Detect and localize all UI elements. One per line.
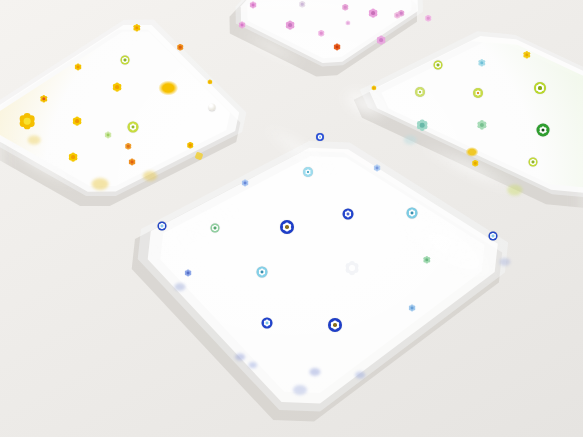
flower-dot [241, 24, 244, 27]
millefiori-dot [257, 267, 268, 278]
millefiori-dot [434, 61, 443, 70]
millefiori-flower-core [333, 323, 337, 327]
sparkle-dot [349, 265, 355, 271]
flower-dot [376, 167, 379, 170]
millefiori-flower-core [437, 64, 439, 66]
millefiori-flower-core [347, 213, 350, 216]
blob-dot [158, 81, 178, 96]
flower-dot [131, 161, 134, 164]
flower-dot [244, 182, 247, 185]
flower-dot [179, 46, 182, 49]
millefiori-dot [316, 133, 324, 141]
smudge-dot [92, 178, 109, 190]
millefiori-flower-core [285, 225, 289, 229]
millefiori-dot [534, 82, 546, 94]
millefiori-flower-core [538, 86, 541, 89]
millefiori-dot [489, 232, 498, 241]
smudge-dot [293, 385, 307, 395]
millefiori-flower-core [266, 322, 269, 325]
smudge-dot [143, 171, 157, 181]
flower-dot [301, 3, 304, 6]
millefiori-dot [262, 318, 273, 329]
millefiori-flower-core [319, 136, 321, 138]
flower-dot [189, 144, 192, 147]
millefiori-flower-core [161, 225, 163, 227]
millefiori-dot [280, 220, 294, 234]
flower-dot [187, 272, 190, 275]
flower-dot [379, 38, 383, 42]
millefiori-dot [343, 209, 354, 220]
millefiori-dot [211, 224, 220, 233]
blob-dot [466, 147, 479, 157]
flower-dot [396, 14, 399, 17]
flower-dot [252, 4, 255, 7]
flower-dot [115, 85, 119, 89]
smudge-dot [28, 136, 41, 145]
flower-dot [24, 118, 31, 125]
millefiori-dot [537, 124, 550, 137]
millefiori-flower-core [541, 128, 544, 131]
millefiori-flower-core [477, 92, 480, 95]
flower-dot [420, 123, 425, 128]
millefiori-flower-core [132, 126, 135, 129]
flower-dot [427, 17, 430, 20]
millefiori-dot [529, 158, 538, 167]
millefiori-flower-core [124, 59, 126, 61]
millefiori-flower-core [411, 212, 414, 215]
flower-dot [344, 6, 347, 9]
millefiori-flower-core [214, 227, 216, 229]
millefiori-dot [303, 167, 313, 177]
flower-dot [71, 155, 75, 159]
millefiori-flower-core [419, 91, 422, 94]
millefiori-dot [415, 87, 425, 97]
millefiori-dot [121, 56, 130, 65]
millefiori-dot [128, 122, 139, 133]
millefiori-flower-core [261, 271, 264, 274]
millefiori-flower-core [492, 235, 494, 237]
flower-dot [288, 23, 292, 27]
smudge-dot [235, 354, 245, 361]
bead-dot [209, 104, 216, 111]
flower-dot [336, 46, 339, 49]
flower-dot [371, 11, 375, 15]
photo-canvas [0, 0, 583, 437]
flower-dot [107, 134, 110, 137]
flower-dot [474, 162, 477, 165]
millefiori-flower-core [307, 171, 310, 174]
flower-dot [77, 66, 80, 69]
millefiori-dot [407, 208, 418, 219]
flower-dot [411, 307, 414, 310]
smudge-dot [355, 372, 365, 379]
flower-dot [400, 12, 403, 15]
millefiori-dot [473, 88, 483, 98]
millefiori-dot [158, 222, 167, 231]
millefiori-flower-core [532, 161, 534, 163]
flower-dot [127, 145, 130, 148]
smudge-dot [404, 136, 417, 145]
flower-dot [320, 32, 323, 35]
millefiori-dot [328, 318, 342, 332]
flower-dot [75, 119, 79, 123]
